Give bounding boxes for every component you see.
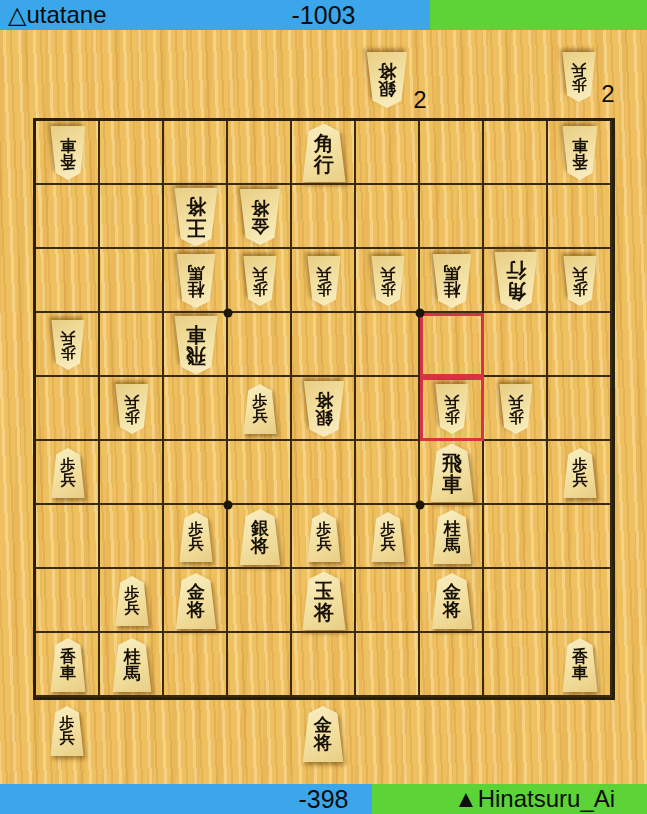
koma-kanji: 角: [506, 281, 526, 301]
koma-face: 香車: [561, 638, 600, 692]
koma-kanji: 歩: [253, 281, 268, 296]
koma-kanji: 歩: [509, 409, 524, 424]
koma-face: 角行: [492, 252, 540, 311]
koma-kanji: 将: [314, 734, 332, 752]
cell-r6c6[interactable]: [356, 441, 420, 505]
hand-slot-gote-pawn[interactable]: 歩兵2: [561, 52, 598, 102]
koma-lance-sente[interactable]: 香車: [49, 638, 88, 692]
cell-r1c7[interactable]: [420, 121, 484, 185]
cell-r2c5[interactable]: [292, 185, 356, 249]
cell-r3c4[interactable]: 歩兵: [228, 249, 292, 313]
koma-face: 飛車: [172, 316, 220, 375]
gote-player-bar: △utatane -1003: [0, 0, 647, 30]
koma-face: 銀将: [365, 52, 410, 108]
cell-r4c6[interactable]: [356, 313, 420, 377]
cell-r5c5[interactable]: 銀将: [292, 377, 356, 441]
cell-r7c7[interactable]: 桂馬: [420, 505, 484, 569]
koma-face: 桂馬: [111, 638, 154, 692]
koma-kanji: 兵: [317, 266, 332, 281]
cell-r5c9[interactable]: [548, 377, 612, 441]
koma-knight-gote[interactable]: 桂馬: [175, 254, 218, 308]
cell-r4c5[interactable]: [292, 313, 356, 377]
koma-kanji: 車: [60, 665, 76, 681]
koma-kanji: 銀: [315, 409, 333, 427]
cell-r3c8[interactable]: 角行: [484, 249, 548, 313]
koma-kanji: 兵: [573, 266, 588, 281]
gote-player-name: △utatane: [0, 1, 107, 29]
cell-r9c8[interactable]: [484, 633, 548, 697]
koma-kanji: 兵: [61, 473, 76, 488]
cell-r5c7[interactable]: 歩兵: [420, 377, 484, 441]
cell-r3c5[interactable]: 歩兵: [292, 249, 356, 313]
cell-r1c1[interactable]: 香車: [36, 121, 100, 185]
cell-r4c8[interactable]: [484, 313, 548, 377]
koma-face: 金将: [430, 573, 475, 629]
cell-r3c6[interactable]: 歩兵: [356, 249, 420, 313]
cell-r5c6[interactable]: [356, 377, 420, 441]
koma-face: 香車: [561, 126, 600, 180]
sente-eval-score: -398: [298, 784, 348, 814]
cell-r6c2[interactable]: [100, 441, 164, 505]
koma-kanji: 兵: [125, 394, 140, 409]
koma-kanji: 車: [572, 665, 588, 681]
koma-kanji: 馬: [188, 264, 205, 281]
cell-r5c8[interactable]: 歩兵: [484, 377, 548, 441]
koma-kanji: 馬: [444, 537, 461, 554]
koma-face: 歩兵: [114, 384, 151, 434]
cell-r7c4[interactable]: 銀将: [228, 505, 292, 569]
koma-kanji: 兵: [381, 537, 396, 552]
koma-gold-gote[interactable]: 金将: [238, 189, 283, 245]
koma-pawn-gote[interactable]: 歩兵: [562, 256, 599, 306]
koma-pawn-gote[interactable]: 歩兵: [561, 52, 598, 102]
koma-kanji: 王: [186, 217, 206, 237]
koma-face: 歩兵: [50, 320, 87, 370]
koma-face: 歩兵: [498, 384, 535, 434]
koma-lance-gote[interactable]: 香車: [49, 126, 88, 180]
cell-r1c6[interactable]: [356, 121, 420, 185]
gote-bar-green-section: [430, 0, 647, 30]
hoshi-dot: [224, 501, 233, 510]
koma-kanji: 車: [60, 137, 76, 153]
koma-face: 桂馬: [175, 254, 218, 308]
gote-bar-blue-section: △utatane: [0, 0, 430, 30]
koma-kanji: 香: [572, 153, 588, 169]
koma-face: 銀将: [302, 381, 347, 437]
koma-face: 歩兵: [370, 256, 407, 306]
koma-kanji: 車: [572, 137, 588, 153]
cell-r8c9[interactable]: [548, 569, 612, 633]
cell-r2c2[interactable]: [100, 185, 164, 249]
koma-kanji: 将: [251, 537, 269, 555]
koma-pawn-sente[interactable]: 歩兵: [242, 384, 279, 434]
koma-kanji: 桂: [188, 281, 205, 298]
koma-kanji: 兵: [60, 731, 75, 746]
koma-face: 角行: [300, 124, 348, 183]
koma-gold-sente[interactable]: 金将: [430, 573, 475, 629]
cell-r2c8[interactable]: [484, 185, 548, 249]
koma-kanji: 兵: [381, 266, 396, 281]
koma-face: 香車: [49, 126, 88, 180]
cell-r6c4[interactable]: [228, 441, 292, 505]
hoshi-dot: [416, 501, 425, 510]
koma-kanji: 兵: [189, 537, 204, 552]
koma-kanji: 歩: [573, 281, 588, 296]
koma-face: 歩兵: [50, 448, 87, 498]
koma-face: 金将: [238, 189, 283, 245]
cell-r1c4[interactable]: [228, 121, 292, 185]
koma-face: 玉将: [300, 572, 348, 631]
cell-r2c7[interactable]: [420, 185, 484, 249]
koma-pawn-gote[interactable]: 歩兵: [114, 384, 151, 434]
koma-kanji: 将: [187, 601, 205, 619]
cell-r4c9[interactable]: [548, 313, 612, 377]
koma-pawn-sente[interactable]: 歩兵: [306, 512, 343, 562]
koma-face: 香車: [49, 638, 88, 692]
cell-r9c2[interactable]: 桂馬: [100, 633, 164, 697]
koma-knight-gote[interactable]: 桂馬: [431, 254, 474, 308]
koma-kanji: 将: [443, 601, 461, 619]
koma-kanji: 兵: [317, 537, 332, 552]
hand-slot-sente-gold[interactable]: 金将: [301, 706, 346, 762]
cell-r3c9[interactable]: 歩兵: [548, 249, 612, 313]
koma-king-gote[interactable]: 王将: [172, 188, 220, 247]
koma-kanji: 角: [314, 133, 334, 153]
cell-r6c9[interactable]: 歩兵: [548, 441, 612, 505]
koma-kanji: 歩: [445, 409, 460, 424]
koma-kanji: 兵: [253, 409, 268, 424]
cell-r7c5[interactable]: 歩兵: [292, 505, 356, 569]
hand-count-label: 2: [601, 80, 614, 108]
koma-face: 飛車: [428, 444, 476, 503]
board-grid: 香車角行香車王将金将桂馬歩兵歩兵歩兵桂馬角行歩兵歩兵飛車歩兵歩兵銀将歩兵歩兵歩兵…: [36, 121, 612, 697]
cell-r8c7[interactable]: 金将: [420, 569, 484, 633]
koma-kanji: 歩: [317, 281, 332, 296]
koma-pawn-sente[interactable]: 歩兵: [370, 512, 407, 562]
koma-kanji: 将: [315, 391, 333, 409]
cell-r8c2[interactable]: 歩兵: [100, 569, 164, 633]
koma-face: 桂馬: [431, 254, 474, 308]
koma-kanji: 金: [251, 217, 269, 235]
cell-r6c5[interactable]: [292, 441, 356, 505]
cell-r6c3[interactable]: [164, 441, 228, 505]
cell-r9c4[interactable]: [228, 633, 292, 697]
koma-rook-gote[interactable]: 飛車: [172, 316, 220, 375]
cell-r5c3[interactable]: [164, 377, 228, 441]
cell-r9c9[interactable]: 香車: [548, 633, 612, 697]
koma-kanji: 兵: [572, 62, 587, 77]
koma-kanji: 歩: [61, 345, 76, 360]
sente-bar-green-section: ▲Hinatsuru_Ai: [372, 784, 647, 814]
koma-bishop-gote[interactable]: 角行: [492, 252, 540, 311]
koma-kanji: 飛: [442, 453, 462, 473]
koma-king-sente[interactable]: 玉将: [300, 572, 348, 631]
cell-r4c2[interactable]: [100, 313, 164, 377]
koma-kanji: 兵: [509, 394, 524, 409]
koma-face: 歩兵: [114, 576, 151, 626]
hoshi-dot: [416, 309, 425, 318]
koma-face: 金将: [301, 706, 346, 762]
koma-kanji: 馬: [124, 665, 141, 682]
koma-pawn-gote[interactable]: 歩兵: [306, 256, 343, 306]
gote-eval-score: -1003: [292, 0, 356, 30]
cell-r2c4[interactable]: 金将: [228, 185, 292, 249]
koma-kanji: 飛: [186, 345, 206, 365]
koma-pawn-gote[interactable]: 歩兵: [434, 384, 471, 434]
koma-face: 歩兵: [562, 448, 599, 498]
cell-r2c3[interactable]: 王将: [164, 185, 228, 249]
cell-r8c8[interactable]: [484, 569, 548, 633]
koma-kanji: 兵: [445, 394, 460, 409]
koma-face: 歩兵: [242, 256, 279, 306]
koma-lance-gote[interactable]: 香車: [561, 126, 600, 180]
koma-face: 歩兵: [434, 384, 471, 434]
koma-pawn-sente[interactable]: 歩兵: [562, 448, 599, 498]
koma-gold-sente[interactable]: 金将: [301, 706, 346, 762]
koma-kanji: 歩: [572, 77, 587, 92]
cell-r9c3[interactable]: [164, 633, 228, 697]
cell-r9c7[interactable]: [420, 633, 484, 697]
koma-kanji: 桂: [444, 281, 461, 298]
cell-r6c8[interactable]: [484, 441, 548, 505]
cell-r3c1[interactable]: [36, 249, 100, 313]
cell-r7c6[interactable]: 歩兵: [356, 505, 420, 569]
koma-face: 王将: [172, 188, 220, 247]
cell-r7c3[interactable]: 歩兵: [164, 505, 228, 569]
cell-r7c2[interactable]: [100, 505, 164, 569]
koma-kanji: 馬: [444, 264, 461, 281]
koma-face: 歩兵: [561, 52, 598, 102]
koma-silver-gote[interactable]: 銀将: [302, 381, 347, 437]
cell-r1c3[interactable]: [164, 121, 228, 185]
cell-r4c7[interactable]: [420, 313, 484, 377]
koma-face: 歩兵: [306, 512, 343, 562]
hand-slot-sente-pawn[interactable]: 歩兵: [49, 706, 86, 756]
koma-kanji: 兵: [573, 473, 588, 488]
cell-r4c3[interactable]: 飛車: [164, 313, 228, 377]
koma-kanji: 銀: [378, 80, 396, 98]
koma-pawn-sente[interactable]: 歩兵: [49, 706, 86, 756]
cell-r7c1[interactable]: [36, 505, 100, 569]
cell-r1c9[interactable]: 香車: [548, 121, 612, 185]
koma-kanji: 将: [314, 601, 334, 621]
koma-kanji: 香: [60, 153, 76, 169]
koma-pawn-gote[interactable]: 歩兵: [498, 384, 535, 434]
koma-bishop-sente[interactable]: 角行: [300, 124, 348, 183]
cell-r1c8[interactable]: [484, 121, 548, 185]
cell-r8c5[interactable]: 玉将: [292, 569, 356, 633]
koma-kanji: 車: [186, 325, 206, 345]
koma-pawn-gote[interactable]: 歩兵: [50, 320, 87, 370]
cell-r6c7[interactable]: 飛車: [420, 441, 484, 505]
koma-face: 歩兵: [49, 706, 86, 756]
koma-pawn-gote[interactable]: 歩兵: [370, 256, 407, 306]
hoshi-dot: [224, 309, 233, 318]
koma-kanji: 車: [442, 473, 462, 493]
cell-r7c9[interactable]: [548, 505, 612, 569]
hand-slot-gote-silver[interactable]: 銀将2: [365, 52, 410, 108]
koma-pawn-gote[interactable]: 歩兵: [242, 256, 279, 306]
cell-r3c7[interactable]: 桂馬: [420, 249, 484, 313]
koma-gold-sente[interactable]: 金将: [174, 573, 219, 629]
koma-silver-sente[interactable]: 銀将: [238, 509, 283, 565]
cell-r2c6[interactable]: [356, 185, 420, 249]
cell-r9c1[interactable]: 香車: [36, 633, 100, 697]
cell-r9c5[interactable]: [292, 633, 356, 697]
koma-pawn-sente[interactable]: 歩兵: [178, 512, 215, 562]
koma-kanji: 将: [251, 199, 269, 217]
koma-face: 金将: [174, 573, 219, 629]
koma-lance-sente[interactable]: 香車: [561, 638, 600, 692]
koma-rook-sente[interactable]: 飛車: [428, 444, 476, 503]
koma-kanji: 歩: [125, 409, 140, 424]
cell-r8c3[interactable]: 金将: [164, 569, 228, 633]
koma-knight-sente[interactable]: 桂馬: [431, 510, 474, 564]
koma-kanji: 将: [186, 197, 206, 217]
cell-r8c4[interactable]: [228, 569, 292, 633]
cell-r4c1[interactable]: 歩兵: [36, 313, 100, 377]
koma-kanji: 行: [314, 153, 334, 173]
cell-r1c5[interactable]: 角行: [292, 121, 356, 185]
cell-r5c1[interactable]: [36, 377, 100, 441]
cell-r8c6[interactable]: [356, 569, 420, 633]
koma-pawn-sente[interactable]: 歩兵: [114, 576, 151, 626]
koma-kanji: 兵: [125, 601, 140, 616]
koma-face: 桂馬: [431, 510, 474, 564]
cell-r4c4[interactable]: [228, 313, 292, 377]
koma-kanji: 将: [378, 62, 396, 80]
koma-silver-gote[interactable]: 銀将: [365, 52, 410, 108]
shogi-board: 香車角行香車王将金将桂馬歩兵歩兵歩兵桂馬角行歩兵歩兵飛車歩兵歩兵銀将歩兵歩兵歩兵…: [33, 118, 615, 700]
koma-face: 歩兵: [562, 256, 599, 306]
koma-kanji: 行: [506, 261, 526, 281]
cell-r8c1[interactable]: [36, 569, 100, 633]
koma-face: 歩兵: [178, 512, 215, 562]
cell-r2c1[interactable]: [36, 185, 100, 249]
koma-knight-sente[interactable]: 桂馬: [111, 638, 154, 692]
koma-face: 歩兵: [242, 384, 279, 434]
cell-r5c4[interactable]: 歩兵: [228, 377, 292, 441]
cell-r7c8[interactable]: [484, 505, 548, 569]
cell-r2c9[interactable]: [548, 185, 612, 249]
koma-kanji: 歩: [381, 281, 396, 296]
shogi-app: △utatane -1003 銀将2歩兵2 香車角行香車王将金将桂馬歩兵歩兵歩兵…: [0, 0, 647, 814]
koma-face: 歩兵: [370, 512, 407, 562]
cell-r5c2[interactable]: 歩兵: [100, 377, 164, 441]
koma-kanji: 玉: [314, 581, 334, 601]
koma-kanji: 兵: [253, 266, 268, 281]
sente-player-name: ▲Hinatsuru_Ai: [454, 785, 615, 813]
koma-face: 銀将: [238, 509, 283, 565]
koma-pawn-sente[interactable]: 歩兵: [50, 448, 87, 498]
cell-r3c2[interactable]: [100, 249, 164, 313]
cell-r3c3[interactable]: 桂馬: [164, 249, 228, 313]
koma-face: 歩兵: [306, 256, 343, 306]
sente-player-bar: ▲Hinatsuru_Ai -398: [0, 784, 647, 814]
cell-r9c6[interactable]: [356, 633, 420, 697]
cell-r6c1[interactable]: 歩兵: [36, 441, 100, 505]
hand-count-label: 2: [413, 86, 426, 114]
cell-r1c2[interactable]: [100, 121, 164, 185]
koma-kanji: 兵: [61, 330, 76, 345]
